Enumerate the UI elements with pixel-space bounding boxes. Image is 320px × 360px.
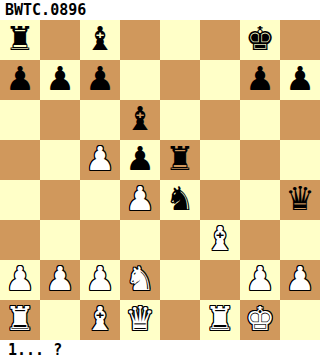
white-pawn-icon[interactable]: ♟ <box>85 260 115 299</box>
square-f4[interactable] <box>200 180 240 220</box>
move-prompt: 1... ? <box>8 341 62 359</box>
square-d2[interactable]: ♞ <box>120 260 160 300</box>
square-a6[interactable] <box>0 100 40 140</box>
square-e6[interactable] <box>160 100 200 140</box>
square-g6[interactable] <box>240 100 280 140</box>
square-c2[interactable]: ♟ <box>80 260 120 300</box>
square-h2[interactable]: ♟ <box>280 260 320 300</box>
square-h6[interactable] <box>280 100 320 140</box>
square-c7[interactable]: ♟ <box>80 60 120 100</box>
square-b3[interactable] <box>40 220 80 260</box>
square-d6[interactable]: ♝ <box>120 100 160 140</box>
square-c1[interactable]: ♝ <box>80 300 120 340</box>
square-a5[interactable] <box>0 140 40 180</box>
black-pawn-icon[interactable]: ♟ <box>45 60 75 99</box>
white-pawn-icon[interactable]: ♟ <box>5 260 35 299</box>
black-rook-icon[interactable]: ♜ <box>5 20 35 59</box>
white-pawn-icon[interactable]: ♟ <box>85 140 115 179</box>
square-h4[interactable]: ♛ <box>280 180 320 220</box>
square-g8[interactable]: ♚ <box>240 20 280 60</box>
black-bishop-icon[interactable]: ♝ <box>85 20 115 59</box>
square-c4[interactable] <box>80 180 120 220</box>
square-d4[interactable]: ♟ <box>120 180 160 220</box>
square-a8[interactable]: ♜ <box>0 20 40 60</box>
white-pawn-icon[interactable]: ♟ <box>245 260 275 299</box>
black-queen-icon[interactable]: ♛ <box>285 180 315 219</box>
square-d1[interactable]: ♛ <box>120 300 160 340</box>
white-bishop-icon[interactable]: ♝ <box>85 300 115 339</box>
square-e8[interactable] <box>160 20 200 60</box>
square-g3[interactable] <box>240 220 280 260</box>
square-a4[interactable] <box>0 180 40 220</box>
square-e1[interactable] <box>160 300 200 340</box>
black-pawn-icon[interactable]: ♟ <box>85 60 115 99</box>
square-f6[interactable] <box>200 100 240 140</box>
square-c8[interactable]: ♝ <box>80 20 120 60</box>
square-f7[interactable] <box>200 60 240 100</box>
white-pawn-icon[interactable]: ♟ <box>45 260 75 299</box>
chess-board: ♜♝♚♟♟♟♟♟♝♟♟♜♟♞♛♝♟♟♟♞♟♟♜♝♛♜♚ <box>0 20 320 340</box>
square-f1[interactable]: ♜ <box>200 300 240 340</box>
square-g4[interactable] <box>240 180 280 220</box>
square-b4[interactable] <box>40 180 80 220</box>
square-h3[interactable] <box>280 220 320 260</box>
square-a3[interactable] <box>0 220 40 260</box>
chess-trainer-window: BWTC.0896 ♜♝♚♟♟♟♟♟♝♟♟♜♟♞♛♝♟♟♟♞♟♟♜♝♛♜♚ 1.… <box>0 0 320 360</box>
square-e5[interactable]: ♜ <box>160 140 200 180</box>
square-d5[interactable]: ♟ <box>120 140 160 180</box>
square-d3[interactable] <box>120 220 160 260</box>
white-knight-icon[interactable]: ♞ <box>125 260 155 299</box>
square-f8[interactable] <box>200 20 240 60</box>
square-f5[interactable] <box>200 140 240 180</box>
white-pawn-icon[interactable]: ♟ <box>285 260 315 299</box>
square-h8[interactable] <box>280 20 320 60</box>
square-e4[interactable]: ♞ <box>160 180 200 220</box>
square-d7[interactable] <box>120 60 160 100</box>
square-e7[interactable] <box>160 60 200 100</box>
square-h5[interactable] <box>280 140 320 180</box>
square-c5[interactable]: ♟ <box>80 140 120 180</box>
square-g2[interactable]: ♟ <box>240 260 280 300</box>
square-f2[interactable] <box>200 260 240 300</box>
black-pawn-icon[interactable]: ♟ <box>125 140 155 179</box>
square-g7[interactable]: ♟ <box>240 60 280 100</box>
square-c3[interactable] <box>80 220 120 260</box>
white-queen-icon[interactable]: ♛ <box>125 300 155 339</box>
white-rook-icon[interactable]: ♜ <box>205 300 235 339</box>
square-h7[interactable]: ♟ <box>280 60 320 100</box>
square-b1[interactable] <box>40 300 80 340</box>
square-a1[interactable]: ♜ <box>0 300 40 340</box>
white-king-icon[interactable]: ♚ <box>245 300 275 339</box>
black-pawn-icon[interactable]: ♟ <box>5 60 35 99</box>
square-b5[interactable] <box>40 140 80 180</box>
white-bishop-icon[interactable]: ♝ <box>205 220 235 259</box>
square-e2[interactable] <box>160 260 200 300</box>
black-pawn-icon[interactable]: ♟ <box>285 60 315 99</box>
square-g1[interactable]: ♚ <box>240 300 280 340</box>
white-pawn-icon[interactable]: ♟ <box>125 180 155 219</box>
square-c6[interactable] <box>80 100 120 140</box>
black-bishop-icon[interactable]: ♝ <box>125 100 155 139</box>
status-bar: 1... ? <box>0 340 320 360</box>
square-f3[interactable]: ♝ <box>200 220 240 260</box>
square-b7[interactable]: ♟ <box>40 60 80 100</box>
black-pawn-icon[interactable]: ♟ <box>245 60 275 99</box>
square-a7[interactable]: ♟ <box>0 60 40 100</box>
square-d8[interactable] <box>120 20 160 60</box>
puzzle-title: BWTC.0896 <box>5 1 86 19</box>
square-e3[interactable] <box>160 220 200 260</box>
white-rook-icon[interactable]: ♜ <box>5 300 35 339</box>
black-rook-icon[interactable]: ♜ <box>165 140 195 179</box>
square-a2[interactable]: ♟ <box>0 260 40 300</box>
square-h1[interactable] <box>280 300 320 340</box>
black-knight-icon[interactable]: ♞ <box>165 180 195 219</box>
square-b2[interactable]: ♟ <box>40 260 80 300</box>
black-king-icon[interactable]: ♚ <box>245 20 275 59</box>
square-b8[interactable] <box>40 20 80 60</box>
header-bar: BWTC.0896 <box>0 0 320 20</box>
square-g5[interactable] <box>240 140 280 180</box>
square-b6[interactable] <box>40 100 80 140</box>
